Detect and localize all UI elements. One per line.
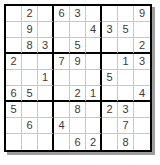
empty-cell-r4c3[interactable] [38, 54, 54, 70]
empty-cell-r1c1[interactable] [6, 6, 22, 22]
empty-cell-r8c9[interactable] [134, 118, 150, 134]
empty-cell-r1c7[interactable] [102, 6, 118, 22]
empty-cell-r6c7[interactable] [102, 86, 118, 102]
given-cell-r8c8: 7 [118, 118, 134, 134]
empty-cell-r1c8[interactable] [118, 6, 134, 22]
given-cell-r6c6: 1 [86, 86, 102, 102]
empty-cell-r3c1[interactable] [6, 38, 22, 54]
given-cell-r9c5: 6 [70, 134, 86, 150]
empty-cell-r6c8[interactable] [118, 86, 134, 102]
empty-cell-r1c6[interactable] [86, 6, 102, 22]
given-cell-r7c7: 2 [102, 102, 118, 118]
empty-cell-r7c2[interactable] [22, 102, 38, 118]
given-cell-r6c2: 5 [22, 86, 38, 102]
empty-cell-r2c9[interactable] [134, 22, 150, 38]
empty-cell-r6c4[interactable] [54, 86, 70, 102]
empty-cell-r9c9[interactable] [134, 134, 150, 150]
given-cell-r2c2: 9 [22, 22, 38, 38]
given-cell-r6c9: 4 [134, 86, 150, 102]
empty-cell-r5c9[interactable] [134, 70, 150, 86]
empty-cell-r9c4[interactable] [54, 134, 70, 150]
given-cell-r4c8: 1 [118, 54, 134, 70]
empty-cell-r9c2[interactable] [22, 134, 38, 150]
empty-cell-r5c2[interactable] [22, 70, 38, 86]
sudoku-board: 2639943583522791315652145823647628 [4, 4, 152, 152]
empty-cell-r5c8[interactable] [118, 70, 134, 86]
empty-cell-r9c7[interactable] [102, 134, 118, 150]
empty-cell-r2c1[interactable] [6, 22, 22, 38]
given-cell-r8c2: 6 [22, 118, 38, 134]
empty-cell-r8c6[interactable] [86, 118, 102, 134]
empty-cell-r5c6[interactable] [86, 70, 102, 86]
empty-cell-r4c2[interactable] [22, 54, 38, 70]
given-cell-r3c2: 8 [22, 38, 38, 54]
given-cell-r9c8: 8 [118, 134, 134, 150]
empty-cell-r7c6[interactable] [86, 102, 102, 118]
empty-cell-r8c1[interactable] [6, 118, 22, 134]
empty-cell-r2c5[interactable] [70, 22, 86, 38]
empty-cell-r3c7[interactable] [102, 38, 118, 54]
empty-cell-r5c1[interactable] [6, 70, 22, 86]
empty-cell-r5c4[interactable] [54, 70, 70, 86]
given-cell-r4c1: 2 [6, 54, 22, 70]
given-cell-r1c2: 2 [22, 6, 38, 22]
given-cell-r3c9: 2 [134, 38, 150, 54]
given-cell-r4c9: 3 [134, 54, 150, 70]
given-cell-r5c3: 1 [38, 70, 54, 86]
empty-cell-r7c9[interactable] [134, 102, 150, 118]
given-cell-r2c7: 3 [102, 22, 118, 38]
given-cell-r5c7: 5 [102, 70, 118, 86]
given-cell-r6c5: 2 [70, 86, 86, 102]
given-cell-r6c1: 6 [6, 86, 22, 102]
given-cell-r7c5: 8 [70, 102, 86, 118]
empty-cell-r3c4[interactable] [54, 38, 70, 54]
empty-cell-r4c7[interactable] [102, 54, 118, 70]
empty-cell-r4c6[interactable] [86, 54, 102, 70]
empty-cell-r2c4[interactable] [54, 22, 70, 38]
given-cell-r7c1: 5 [6, 102, 22, 118]
empty-cell-r5c5[interactable] [70, 70, 86, 86]
empty-cell-r8c3[interactable] [38, 118, 54, 134]
given-cell-r4c5: 9 [70, 54, 86, 70]
empty-cell-r3c8[interactable] [118, 38, 134, 54]
given-cell-r4c4: 7 [54, 54, 70, 70]
given-cell-r7c8: 3 [118, 102, 134, 118]
empty-cell-r9c3[interactable] [38, 134, 54, 150]
given-cell-r8c4: 4 [54, 118, 70, 134]
given-cell-r3c5: 5 [70, 38, 86, 54]
empty-cell-r8c7[interactable] [102, 118, 118, 134]
empty-cell-r7c3[interactable] [38, 102, 54, 118]
given-cell-r1c5: 3 [70, 6, 86, 22]
empty-cell-r3c6[interactable] [86, 38, 102, 54]
empty-cell-r6c3[interactable] [38, 86, 54, 102]
empty-cell-r7c4[interactable] [54, 102, 70, 118]
empty-cell-r9c1[interactable] [6, 134, 22, 150]
empty-cell-r1c3[interactable] [38, 6, 54, 22]
empty-cell-r8c5[interactable] [70, 118, 86, 134]
given-cell-r2c8: 5 [118, 22, 134, 38]
given-cell-r1c4: 6 [54, 6, 70, 22]
given-cell-r1c9: 9 [134, 6, 150, 22]
given-cell-r9c6: 2 [86, 134, 102, 150]
given-cell-r3c3: 3 [38, 38, 54, 54]
given-cell-r2c6: 4 [86, 22, 102, 38]
empty-cell-r2c3[interactable] [38, 22, 54, 38]
